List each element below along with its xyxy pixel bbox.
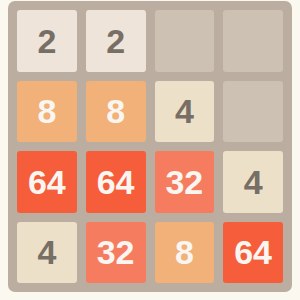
empty-cell-r1c3 xyxy=(155,10,215,72)
tile-2-r1c2: 2 xyxy=(86,10,146,72)
tile-32-r3c3: 32 xyxy=(155,151,215,213)
game-page: 228846464324432864 xyxy=(0,0,300,300)
tile-2-r1c1: 2 xyxy=(17,10,77,72)
tile-64-r4c4: 64 xyxy=(223,222,283,284)
game-board-2048[interactable]: 228846464324432864 xyxy=(8,1,292,292)
tile-32-r4c2: 32 xyxy=(86,222,146,284)
tile-4-r2c3: 4 xyxy=(155,81,215,143)
tile-64-r3c1: 64 xyxy=(17,151,77,213)
empty-cell-r2c4 xyxy=(223,81,283,143)
tile-4-r3c4: 4 xyxy=(223,151,283,213)
tile-64-r3c2: 64 xyxy=(86,151,146,213)
tile-8-r2c2: 8 xyxy=(86,81,146,143)
empty-cell-r1c4 xyxy=(223,10,283,72)
tile-4-r4c1: 4 xyxy=(17,222,77,284)
tile-8-r2c1: 8 xyxy=(17,81,77,143)
tile-8-r4c3: 8 xyxy=(155,222,215,284)
